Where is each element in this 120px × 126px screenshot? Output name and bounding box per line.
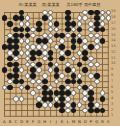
white-stone [30,62,36,68]
game-info-header: 白:某某某 黑:某某某 共180手 黑中盘胜 [0,0,120,9]
white-stone [94,102,100,108]
black-stone [13,67,19,73]
white-stone [42,102,48,108]
white-stone [25,62,31,68]
white-stone [88,85,94,91]
white-stone [82,38,88,44]
black-stone [48,90,54,96]
white-stone [42,50,48,56]
black-stone [77,62,83,68]
white-stone [100,21,106,27]
white-stone [54,44,60,50]
white-stone [48,21,54,27]
white-stone [36,79,42,85]
white-stone [94,44,100,50]
white-stone [59,73,65,79]
white-stone [88,33,94,39]
white-stone [48,102,54,108]
black-stone [54,102,60,108]
black-stone [82,50,88,56]
white-stone [48,38,54,44]
white-stone [48,10,54,16]
black-stone [7,73,13,79]
white-stone [59,38,65,44]
black-stone [82,56,88,62]
black-stone [77,38,83,44]
white-stone [30,90,36,96]
white-stone [7,50,13,56]
white-stone [13,96,19,102]
white-stone [25,73,31,79]
black-stone [42,38,48,44]
black-stone [71,73,77,79]
white-stone [88,21,94,27]
black-stone [71,38,77,44]
go-board-grid[interactable] [4,12,109,117]
white-stone [19,67,25,73]
go-app-window: 白:某某某 黑:某某某 共180手 黑中盘胜 ABCDEFGHIJKLMNOPQ… [0,0,120,126]
white-stone [2,85,8,91]
black-stone [30,67,36,73]
black-stone [48,50,54,56]
white-stone [30,33,36,39]
black-stone [65,90,71,96]
white-stone [54,79,60,85]
black-stone [13,73,19,79]
row-label: 1 [111,113,120,119]
white-stone [82,15,88,21]
black-stone [19,15,25,21]
white-stone [25,38,31,44]
black-stone [42,96,48,102]
black-stone [36,21,42,27]
black-stone [13,15,19,21]
black-stone [42,85,48,91]
black-stone [82,67,88,73]
column-label: S [105,119,111,125]
black-stone [94,15,100,21]
black-stone [13,44,19,50]
white-stone [65,102,71,108]
white-stone [19,85,25,91]
black-stone [2,44,8,50]
black-stone [59,44,65,50]
white-stone [77,102,83,108]
white-stone [82,90,88,96]
black-stone [88,102,94,108]
black-stone [59,90,65,96]
white-stone [100,90,106,96]
white-stone [54,62,60,68]
black-stone [19,27,25,33]
white-stone [54,27,60,33]
white-stone [13,56,19,62]
black-stone [59,96,65,102]
white-stone [100,15,106,21]
white-stone [77,15,83,21]
black-stone [54,73,60,79]
black-stone [77,27,83,33]
black-stone [71,108,77,114]
black-stone [71,44,77,50]
black-stone [100,27,106,33]
black-stone [48,62,54,68]
black-stone [7,62,13,68]
black-stone [100,108,106,114]
black-stone [100,38,106,44]
black-stone [25,85,31,91]
black-stone [59,108,65,114]
white-stone [19,50,25,56]
white-stone [94,33,100,39]
black-stone [54,21,60,27]
black-stone [54,33,60,39]
black-stone [65,10,71,16]
black-stone [2,67,8,73]
white-stone [36,67,42,73]
white-stone [82,10,88,16]
black-stone [71,79,77,85]
black-stone [88,44,94,50]
white-stone [42,56,48,62]
black-stone [2,15,8,21]
white-stone [71,67,77,73]
white-stone [65,62,71,68]
white-stone [82,44,88,50]
white-stone [88,27,94,33]
white-player-label: 白:某某某 [19,0,37,8]
white-stone [19,96,25,102]
white-stone [65,85,71,91]
black-stone [88,10,94,16]
black-stone [7,56,13,62]
white-stone [30,27,36,33]
black-player-label: 黑:某某某 [42,0,60,8]
white-stone [94,79,100,85]
white-stone [100,10,106,16]
white-stone [42,33,48,39]
white-stone [25,15,31,21]
black-stone [59,33,65,39]
game-result-label: 共180手 黑中盘胜 [66,0,100,8]
white-stone [30,79,36,85]
black-stone [19,79,25,85]
white-stone [25,44,31,50]
black-stone [59,102,65,108]
white-stone [7,79,13,85]
white-stone [25,56,31,62]
black-stone [30,73,36,79]
black-stone [94,27,100,33]
black-stone [25,33,31,39]
white-stone [77,21,83,27]
white-stone [48,67,54,73]
black-stone [7,85,13,91]
white-stone [54,96,60,102]
black-stone [7,44,13,50]
white-stone [19,21,25,27]
black-stone [100,96,106,102]
white-stone [77,33,83,39]
black-stone [65,79,71,85]
white-stone [42,73,48,79]
black-stone [13,27,19,33]
black-stone [71,102,77,108]
white-stone [19,38,25,44]
white-stone [48,15,54,21]
white-stone [71,90,77,96]
black-stone [65,21,71,27]
white-stone [71,27,77,33]
black-stone [13,62,19,68]
black-stone [48,56,54,62]
white-stone [65,96,71,102]
white-stone [88,62,94,68]
black-stone [42,90,48,96]
black-stone [42,15,48,21]
black-stone [36,27,42,33]
white-stone [82,96,88,102]
white-stone [94,62,100,68]
black-stone [94,108,100,114]
black-stone [59,85,65,91]
black-stone [19,10,25,16]
white-stone [59,50,65,56]
black-stone [94,10,100,16]
black-stone [36,50,42,56]
black-stone [19,33,25,39]
black-stone [30,56,36,62]
white-stone [71,56,77,62]
black-stone [71,33,77,39]
white-stone [82,108,88,114]
black-stone [13,50,19,56]
white-stone [48,85,54,91]
black-stone [7,38,13,44]
white-stone [88,73,94,79]
black-stone [65,50,71,56]
white-stone [65,33,71,39]
white-stone [77,50,83,56]
black-stone [54,90,60,96]
black-stone [13,33,19,39]
black-stone [25,27,31,33]
white-stone [30,44,36,50]
white-stone [36,44,42,50]
black-stone [42,79,48,85]
black-stone [94,21,100,27]
white-stone [48,33,54,39]
white-stone [42,44,48,50]
white-stone [88,56,94,62]
black-stone [36,62,42,68]
black-stone [88,96,94,102]
black-stone [82,85,88,91]
black-stone [13,38,19,44]
white-stone [42,10,48,16]
black-stone [77,79,83,85]
white-stone [7,33,13,39]
black-stone [13,79,19,85]
black-stone [7,21,13,27]
white-stone [65,108,71,114]
black-stone [71,21,77,27]
black-stone [30,50,36,56]
white-stone [25,21,31,27]
black-stone [94,73,100,79]
black-stone [54,67,60,73]
white-stone [77,73,83,79]
black-stone [65,15,71,21]
black-stone [36,102,42,108]
white-stone [77,85,83,91]
white-stone [94,38,100,44]
black-stone [59,56,65,62]
white-stone [48,27,54,33]
black-stone [48,96,54,102]
black-stone [65,67,71,73]
hoshi-point [21,64,23,66]
white-stone [25,50,31,56]
black-stone [88,90,94,96]
black-stone [65,27,71,33]
black-stone [88,108,94,114]
white-stone [36,85,42,91]
black-stone [36,38,42,44]
white-stone [36,96,42,102]
